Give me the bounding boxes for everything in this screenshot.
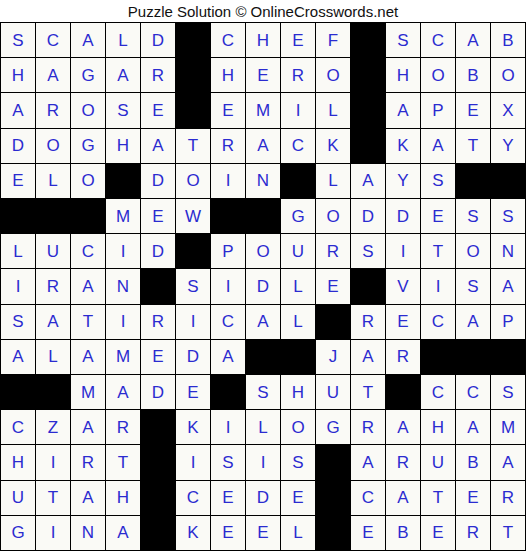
block-cell xyxy=(141,445,175,479)
letter-cell: E xyxy=(281,481,315,515)
block-cell xyxy=(491,164,525,198)
letter-cell: C xyxy=(36,23,70,57)
letter-cell: R xyxy=(351,410,385,444)
letter-cell: E xyxy=(141,340,175,374)
letter-cell: O xyxy=(71,93,105,127)
letter-cell: R xyxy=(386,340,420,374)
letter-cell: L xyxy=(281,269,315,303)
letter-cell: I xyxy=(211,164,245,198)
letter-cell: E xyxy=(421,199,455,233)
letter-cell: M xyxy=(491,410,525,444)
letter-cell: E xyxy=(141,199,175,233)
letter-cell: O xyxy=(316,199,350,233)
block-cell xyxy=(316,445,350,479)
block-cell xyxy=(281,340,315,374)
letter-cell: I xyxy=(176,305,210,339)
block-cell xyxy=(1,375,35,409)
letter-cell: K xyxy=(176,410,210,444)
block-cell xyxy=(71,199,105,233)
letter-cell: A xyxy=(491,445,525,479)
letter-cell: S xyxy=(456,269,490,303)
letter-cell: E xyxy=(211,516,245,550)
letter-cell: L xyxy=(36,340,70,374)
letter-cell: B xyxy=(456,58,490,92)
letter-cell: C xyxy=(176,481,210,515)
letter-cell: R xyxy=(211,129,245,163)
letter-cell: Z xyxy=(36,410,70,444)
letter-cell: U xyxy=(281,234,315,268)
letter-cell: R xyxy=(141,58,175,92)
letter-cell: A xyxy=(456,305,490,339)
letter-cell: E xyxy=(421,516,455,550)
block-cell xyxy=(316,516,350,550)
block-cell xyxy=(141,516,175,550)
letter-cell: U xyxy=(36,234,70,268)
letter-cell: D xyxy=(141,164,175,198)
letter-cell: A xyxy=(351,340,385,374)
letter-cell: M xyxy=(106,199,140,233)
letter-cell: W xyxy=(176,199,210,233)
letter-cell: O xyxy=(491,58,525,92)
letter-cell: O xyxy=(281,410,315,444)
letter-cell: P xyxy=(211,234,245,268)
block-cell xyxy=(316,481,350,515)
letter-cell: T xyxy=(491,516,525,550)
block-cell xyxy=(176,23,210,57)
block-cell xyxy=(141,481,175,515)
block-cell xyxy=(211,199,245,233)
block-cell xyxy=(421,340,455,374)
letter-cell: D xyxy=(246,269,280,303)
letter-cell: E xyxy=(211,93,245,127)
letter-cell: T xyxy=(106,445,140,479)
letter-cell: R xyxy=(36,269,70,303)
letter-cell: A xyxy=(456,23,490,57)
letter-cell: C xyxy=(351,481,385,515)
letter-cell: A xyxy=(386,410,420,444)
block-cell xyxy=(176,58,210,92)
block-cell xyxy=(141,269,175,303)
letter-cell: T xyxy=(36,481,70,515)
letter-cell: L xyxy=(1,234,35,268)
letter-cell: R xyxy=(491,481,525,515)
letter-cell: N xyxy=(106,269,140,303)
letter-cell: S xyxy=(386,23,420,57)
letter-cell: E xyxy=(456,481,490,515)
letter-cell: S xyxy=(351,234,385,268)
letter-cell: I xyxy=(211,410,245,444)
letter-cell: L xyxy=(106,23,140,57)
letter-cell: O xyxy=(421,58,455,92)
letter-cell: A xyxy=(106,516,140,550)
block-cell xyxy=(106,164,140,198)
letter-cell: I xyxy=(106,234,140,268)
letter-cell: C xyxy=(211,23,245,57)
letter-cell: K xyxy=(386,129,420,163)
letter-cell: A xyxy=(386,481,420,515)
letter-cell: H xyxy=(106,129,140,163)
block-cell xyxy=(351,23,385,57)
letter-cell: R xyxy=(71,445,105,479)
letter-cell: O xyxy=(36,129,70,163)
letter-cell: E xyxy=(246,58,280,92)
letter-cell: A xyxy=(211,340,245,374)
letter-cell: A xyxy=(71,269,105,303)
letter-cell: H xyxy=(106,481,140,515)
block-cell xyxy=(176,234,210,268)
letter-cell: D xyxy=(386,199,420,233)
letter-cell: R xyxy=(386,445,420,479)
letter-cell: A xyxy=(421,129,455,163)
letter-cell: E xyxy=(456,93,490,127)
block-cell xyxy=(351,58,385,92)
letter-cell: R xyxy=(351,305,385,339)
letter-cell: A xyxy=(351,164,385,198)
letter-cell: T xyxy=(421,234,455,268)
letter-cell: S xyxy=(211,445,245,479)
letter-cell: H xyxy=(421,410,455,444)
letter-cell: A xyxy=(351,445,385,479)
block-cell xyxy=(246,199,280,233)
letter-cell: E xyxy=(176,375,210,409)
letter-cell: R xyxy=(456,516,490,550)
letter-cell: S xyxy=(491,199,525,233)
letter-cell: I xyxy=(421,269,455,303)
block-cell xyxy=(246,340,280,374)
letter-cell: K xyxy=(316,129,350,163)
letter-cell: G xyxy=(71,129,105,163)
letter-cell: C xyxy=(71,234,105,268)
letter-cell: O xyxy=(246,234,280,268)
block-cell xyxy=(316,305,350,339)
letter-cell: A xyxy=(106,375,140,409)
letter-cell: D xyxy=(141,23,175,57)
letter-cell: E xyxy=(246,516,280,550)
letter-cell: P xyxy=(421,93,455,127)
letter-cell: S xyxy=(456,199,490,233)
letter-cell: S xyxy=(491,375,525,409)
block-cell xyxy=(211,375,245,409)
letter-cell: F xyxy=(316,23,350,57)
letter-cell: S xyxy=(1,305,35,339)
letter-cell: I xyxy=(281,93,315,127)
letter-cell: O xyxy=(71,164,105,198)
letter-cell: E xyxy=(141,93,175,127)
letter-cell: U xyxy=(421,445,455,479)
letter-cell: B xyxy=(491,23,525,57)
title-bar: Puzzle Solution © OnlineCrosswords.net xyxy=(0,0,526,22)
letter-cell: D xyxy=(1,129,35,163)
letter-cell: N xyxy=(71,516,105,550)
letter-cell: I xyxy=(36,445,70,479)
letter-cell: T xyxy=(71,305,105,339)
letter-cell: O xyxy=(176,164,210,198)
letter-cell: L xyxy=(281,516,315,550)
letter-cell: H xyxy=(1,445,35,479)
letter-cell: B xyxy=(456,445,490,479)
letter-cell: S xyxy=(421,164,455,198)
letter-cell: C xyxy=(421,375,455,409)
block-cell xyxy=(491,340,525,374)
letter-cell: U xyxy=(316,375,350,409)
letter-cell: I xyxy=(211,269,245,303)
letter-cell: H xyxy=(386,58,420,92)
block-cell xyxy=(1,199,35,233)
block-cell xyxy=(141,410,175,444)
letter-cell: E xyxy=(386,305,420,339)
letter-cell: I xyxy=(176,445,210,479)
letter-cell: B xyxy=(386,516,420,550)
letter-cell: N xyxy=(246,164,280,198)
letter-cell: T xyxy=(176,129,210,163)
letter-cell: D xyxy=(176,340,210,374)
letter-cell: S xyxy=(281,445,315,479)
letter-cell: L xyxy=(246,410,280,444)
letter-cell: E xyxy=(281,23,315,57)
letter-cell: R xyxy=(316,234,350,268)
letter-cell: S xyxy=(1,23,35,57)
letter-cell: S xyxy=(106,93,140,127)
letter-cell: M xyxy=(246,93,280,127)
letter-cell: N xyxy=(491,234,525,268)
letter-cell: P xyxy=(491,305,525,339)
letter-cell: A xyxy=(1,340,35,374)
letter-cell: T xyxy=(456,129,490,163)
letter-cell: A xyxy=(141,129,175,163)
letter-cell: G xyxy=(1,516,35,550)
letter-cell: A xyxy=(36,305,70,339)
letter-cell: J xyxy=(316,340,350,374)
letter-cell: A xyxy=(491,269,525,303)
letter-cell: H xyxy=(281,375,315,409)
letter-cell: C xyxy=(281,129,315,163)
letter-cell: R xyxy=(36,93,70,127)
letter-cell: M xyxy=(71,375,105,409)
block-cell xyxy=(386,375,420,409)
letter-cell: M xyxy=(106,340,140,374)
letter-cell: G xyxy=(281,199,315,233)
letter-cell: A xyxy=(71,481,105,515)
letter-cell: H xyxy=(1,58,35,92)
letter-cell: I xyxy=(1,269,35,303)
block-cell xyxy=(36,375,70,409)
letter-cell: L xyxy=(316,93,350,127)
letter-cell: D xyxy=(351,199,385,233)
letter-cell: K xyxy=(176,516,210,550)
letter-cell: S xyxy=(246,375,280,409)
letter-cell: G xyxy=(316,410,350,444)
letter-cell: A xyxy=(246,305,280,339)
letter-cell: R xyxy=(141,305,175,339)
letter-cell: E xyxy=(351,516,385,550)
letter-cell: U xyxy=(1,481,35,515)
letter-cell: E xyxy=(316,269,350,303)
letter-cell: R xyxy=(106,410,140,444)
letter-cell: E xyxy=(211,481,245,515)
letter-cell: O xyxy=(456,234,490,268)
letter-cell: A xyxy=(71,340,105,374)
letter-cell: D xyxy=(246,481,280,515)
letter-cell: X xyxy=(491,93,525,127)
letter-cell: D xyxy=(141,375,175,409)
letter-cell: A xyxy=(71,410,105,444)
letter-cell: C xyxy=(456,375,490,409)
letter-cell: E xyxy=(1,164,35,198)
letter-cell: I xyxy=(36,516,70,550)
crossword-grid: SCALDCHEFSCABHAGARHEROHOBOAROSEEMILAPEXD… xyxy=(0,22,526,551)
letter-cell: H xyxy=(246,23,280,57)
letter-cell: I xyxy=(106,305,140,339)
letter-cell: L xyxy=(36,164,70,198)
letter-cell: D xyxy=(141,234,175,268)
letter-cell: V xyxy=(386,269,420,303)
letter-cell: L xyxy=(281,305,315,339)
block-cell xyxy=(176,93,210,127)
block-cell xyxy=(351,93,385,127)
letter-cell: T xyxy=(421,481,455,515)
letter-cell: Y xyxy=(386,164,420,198)
block-cell xyxy=(351,269,385,303)
letter-cell: A xyxy=(36,58,70,92)
letter-cell: L xyxy=(316,164,350,198)
block-cell xyxy=(281,164,315,198)
letter-cell: C xyxy=(421,23,455,57)
letter-cell: R xyxy=(281,58,315,92)
puzzle-title: Puzzle Solution © OnlineCrosswords.net xyxy=(128,3,398,20)
letter-cell: G xyxy=(71,58,105,92)
letter-cell: C xyxy=(211,305,245,339)
letter-cell: A xyxy=(1,93,35,127)
letter-cell: C xyxy=(1,410,35,444)
letter-cell: O xyxy=(316,58,350,92)
letter-cell: S xyxy=(176,269,210,303)
letter-cell: I xyxy=(386,234,420,268)
letter-cell: H xyxy=(211,58,245,92)
letter-cell: A xyxy=(456,410,490,444)
block-cell xyxy=(351,129,385,163)
letter-cell: A xyxy=(386,93,420,127)
block-cell xyxy=(36,199,70,233)
letter-cell: A xyxy=(106,58,140,92)
letter-cell: T xyxy=(351,375,385,409)
letter-cell: C xyxy=(421,305,455,339)
block-cell xyxy=(456,164,490,198)
block-cell xyxy=(456,340,490,374)
letter-cell: I xyxy=(246,445,280,479)
letter-cell: A xyxy=(246,129,280,163)
letter-cell: Y xyxy=(491,129,525,163)
letter-cell: A xyxy=(71,23,105,57)
